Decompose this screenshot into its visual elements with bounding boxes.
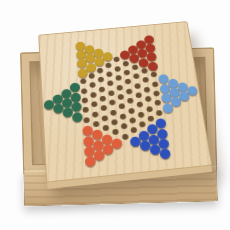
- board-hole[interactable]: ●: [136, 101, 144, 109]
- board-hole[interactable]: ●: [90, 91, 98, 99]
- board-hole[interactable]: ●: [125, 87, 133, 95]
- peg-light-blue[interactable]: ●: [186, 83, 199, 96]
- board-hole[interactable]: ●: [82, 106, 90, 114]
- peg-dark-blue[interactable]: ●: [158, 146, 172, 160]
- board-hole[interactable]: ●: [142, 76, 150, 84]
- board-hole[interactable]: ●: [116, 83, 124, 91]
- board-hole[interactable]: ●: [100, 104, 108, 112]
- board-hole[interactable]: ●: [88, 72, 96, 80]
- board-hole[interactable]: ●: [133, 72, 141, 80]
- board-hole[interactable]: ●: [123, 69, 131, 77]
- board-hole[interactable]: ●: [115, 74, 123, 82]
- board-hole[interactable]: ●: [128, 106, 136, 114]
- board-hole[interactable]: ●: [108, 89, 116, 97]
- board-hole[interactable]: ●: [97, 76, 105, 84]
- board-hole[interactable]: ●: [105, 61, 113, 69]
- board-hole[interactable]: ●: [99, 95, 107, 103]
- board-hole[interactable]: ●: [118, 102, 126, 110]
- board-hole[interactable]: ●: [98, 85, 106, 93]
- board-hole[interactable]: ●: [81, 96, 89, 104]
- board-hole[interactable]: ●: [114, 65, 122, 73]
- board-hole[interactable]: ●: [117, 93, 125, 101]
- chinese-checkers-board: ●●●●●●●●●●●●●●●●●●●●●●●●●●●●●●●●●●●●●●●●…: [38, 21, 212, 183]
- board-hole[interactable]: ●: [89, 81, 97, 89]
- board-hole[interactable]: ●: [80, 77, 88, 85]
- board-hole[interactable]: ●: [146, 105, 154, 113]
- board-hole[interactable]: ●: [91, 100, 99, 108]
- scene: ●●●●●●●●●●●●●●●●●●●●●●●●●●●●●●●●●●●●●●●●…: [0, 0, 230, 230]
- board-hole[interactable]: ●: [101, 114, 109, 122]
- board-hole[interactable]: ●: [137, 110, 145, 118]
- board-hole[interactable]: ●: [96, 67, 104, 75]
- board-hole[interactable]: ●: [143, 86, 151, 94]
- board-hole[interactable]: ●: [124, 78, 132, 86]
- board-hole[interactable]: ●: [119, 112, 127, 120]
- board-hole[interactable]: ●: [92, 110, 100, 118]
- board-hole[interactable]: ●: [120, 122, 128, 130]
- board-hole[interactable]: ●: [135, 91, 143, 99]
- board-hole[interactable]: ●: [107, 80, 115, 88]
- board-hole[interactable]: ●: [127, 97, 135, 105]
- board-hole[interactable]: ●: [144, 95, 152, 103]
- board-hole[interactable]: ●: [106, 70, 114, 78]
- board-hole[interactable]: ●: [129, 116, 137, 124]
- board-hole[interactable]: ●: [134, 82, 142, 90]
- board-hole[interactable]: ●: [110, 108, 118, 116]
- star-grid: ●●●●●●●●●●●●●●●●●●●●●●●●●●●●●●●●●●●●●●●●…: [39, 22, 211, 182]
- board-hole[interactable]: ●: [80, 87, 88, 95]
- board-hole[interactable]: ●: [111, 118, 119, 126]
- board-hole[interactable]: ●: [109, 98, 117, 106]
